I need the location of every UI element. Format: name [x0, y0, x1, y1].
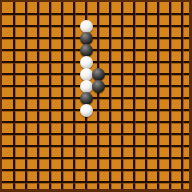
grid-line-horizontal — [2, 13, 189, 15]
grid-line-horizontal — [2, 97, 189, 99]
grid-line-vertical — [169, 2, 171, 189]
black-stone[interactable] — [80, 92, 93, 105]
gomoku-board[interactable] — [2, 2, 189, 189]
grid-line-vertical — [13, 2, 15, 189]
grid-line-horizontal — [2, 181, 189, 183]
grid-line-horizontal — [2, 109, 189, 111]
grid-line-horizontal — [2, 145, 189, 147]
grid-line-horizontal — [2, 121, 189, 123]
white-stone[interactable] — [80, 20, 93, 33]
grid-line-horizontal — [2, 169, 189, 171]
black-stone[interactable] — [92, 68, 105, 81]
grid-line-vertical — [157, 2, 159, 189]
grid-line-vertical — [97, 2, 99, 189]
grid-line-horizontal — [2, 49, 189, 51]
white-stone[interactable] — [80, 80, 93, 93]
grid-line-vertical — [37, 2, 39, 189]
grid-line-horizontal — [2, 25, 189, 27]
game-window — [0, 0, 192, 192]
black-stone[interactable] — [80, 32, 93, 45]
black-stone[interactable] — [80, 44, 93, 57]
grid-line-horizontal — [2, 61, 189, 63]
white-stone[interactable] — [80, 104, 93, 117]
black-stone[interactable] — [92, 80, 105, 93]
white-stone[interactable] — [80, 68, 93, 81]
grid-line-vertical — [25, 2, 27, 189]
grid-line-vertical — [61, 2, 63, 189]
grid-line-vertical — [133, 2, 135, 189]
grid-line-vertical — [181, 2, 183, 189]
grid-line-vertical — [121, 2, 123, 189]
grid-line-horizontal — [2, 157, 189, 159]
grid-line-vertical — [109, 2, 111, 189]
white-stone[interactable] — [80, 56, 93, 69]
grid-line-horizontal — [2, 37, 189, 39]
grid-line-vertical — [145, 2, 147, 189]
grid-line-vertical — [73, 2, 75, 189]
grid-line-horizontal — [2, 133, 189, 135]
grid-line-vertical — [49, 2, 51, 189]
